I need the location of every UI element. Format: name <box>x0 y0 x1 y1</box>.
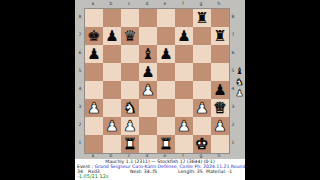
black-king-a7: ♚ <box>85 27 103 45</box>
square-f1 <box>175 135 193 153</box>
rank-right-7: 7 <box>230 26 236 44</box>
square-c8 <box>121 9 139 27</box>
black-rook-h7: ♜ <box>211 27 229 45</box>
square-h4: ♟ <box>211 81 229 99</box>
square-h5 <box>211 63 229 81</box>
rank-right-3: 3 <box>230 98 236 116</box>
square-c2: ♟ <box>121 117 139 135</box>
black-pawn-a6: ♟ <box>85 45 103 63</box>
black-pawn-e6: ♟ <box>157 45 175 63</box>
black-bishop-icon: ♝ <box>234 66 245 77</box>
rank-left-4: 4 <box>77 80 83 98</box>
black-bishop-d6: ♝ <box>139 45 157 63</box>
rank-left-3: 3 <box>77 98 83 116</box>
square-a5 <box>85 63 103 81</box>
rank-left-8: 8 <box>77 8 83 26</box>
square-f5 <box>175 63 193 81</box>
square-b7: ♟ <box>103 27 121 45</box>
square-g5 <box>193 63 211 81</box>
video-frame: abcdefgh 87654321 87654321 abcdefgh ♜♚♟♛… <box>0 0 320 180</box>
square-h8 <box>211 9 229 27</box>
square-e6: ♟ <box>157 45 175 63</box>
square-b3 <box>103 99 121 117</box>
white-king-g1: ♚ <box>193 135 211 153</box>
white-pawn-f2: ♟ <box>175 117 193 135</box>
square-f3 <box>175 99 193 117</box>
white-pawn-icon: ♟ <box>234 88 245 99</box>
square-e5 <box>157 63 175 81</box>
square-e8 <box>157 9 175 27</box>
square-c5 <box>121 63 139 81</box>
square-d2 <box>139 117 157 135</box>
square-d8 <box>139 9 157 27</box>
file-top-f: f <box>174 1 192 7</box>
square-d6: ♝ <box>139 45 157 63</box>
square-b4 <box>103 81 121 99</box>
square-g7 <box>193 27 211 45</box>
file-top-c: c <box>120 1 138 7</box>
file-top-a: a <box>84 1 102 7</box>
file-top-e: e <box>156 1 174 7</box>
white-pawn-b2: ♟ <box>103 117 121 135</box>
square-d7 <box>139 27 157 45</box>
square-d3 <box>139 99 157 117</box>
square-e4 <box>157 81 175 99</box>
rank-left-6: 6 <box>77 44 83 62</box>
white-knight-icon: ♞ <box>234 77 245 88</box>
square-c1: ♜ <box>121 135 139 153</box>
square-a2 <box>85 117 103 135</box>
square-c3: ♞ <box>121 99 139 117</box>
square-g2 <box>193 117 211 135</box>
square-f2: ♟ <box>175 117 193 135</box>
black-pawn-b7: ♟ <box>103 27 121 45</box>
white-pawn-c2: ♟ <box>121 117 139 135</box>
square-f8 <box>175 9 193 27</box>
material-tray: ♝♞♟ <box>234 66 245 99</box>
square-a8 <box>85 9 103 27</box>
white-queen-h3: ♛ <box>211 99 229 117</box>
white-rook-e1: ♜ <box>157 135 175 153</box>
white-pawn-a3: ♟ <box>85 99 103 117</box>
file-top-d: d <box>138 1 156 7</box>
file-top-h: h <box>210 1 228 7</box>
square-b8 <box>103 9 121 27</box>
rank-right-8: 8 <box>230 8 236 26</box>
square-e7 <box>157 27 175 45</box>
square-h3: ♛ <box>211 99 229 117</box>
engine-eval-line: -1.05/21 12s <box>75 174 245 179</box>
square-g6 <box>193 45 211 63</box>
square-h7: ♜ <box>211 27 229 45</box>
square-a4 <box>85 81 103 99</box>
file-top-g: g <box>192 1 210 7</box>
square-a7: ♚ <box>85 27 103 45</box>
black-pawn-f7: ♟ <box>175 27 193 45</box>
rank-right-1: 1 <box>230 134 236 152</box>
square-b2: ♟ <box>103 117 121 135</box>
rank-right-6: 6 <box>230 44 236 62</box>
square-e1: ♜ <box>157 135 175 153</box>
square-h2: ♟ <box>211 117 229 135</box>
black-pawn-h4: ♟ <box>211 81 229 99</box>
square-b5 <box>103 63 121 81</box>
square-e3 <box>157 99 175 117</box>
rank-left-1: 1 <box>77 134 83 152</box>
square-c6 <box>121 45 139 63</box>
file-labels-top: abcdefgh <box>84 1 228 7</box>
rank-right-2: 2 <box>230 116 236 134</box>
rank-labels-left: 87654321 <box>77 8 83 152</box>
black-rook-g8: ♜ <box>193 9 211 27</box>
rank-left-5: 5 <box>77 62 83 80</box>
rank-left-7: 7 <box>77 26 83 44</box>
square-d5: ♟ <box>139 63 157 81</box>
square-h1 <box>211 135 229 153</box>
square-f6 <box>175 45 193 63</box>
square-f4 <box>175 81 193 99</box>
chess-gui-panel: abcdefgh 87654321 87654321 abcdefgh ♜♚♟♛… <box>75 0 245 180</box>
square-b6 <box>103 45 121 63</box>
white-pawn-d4: ♟ <box>139 81 157 99</box>
black-queen-c7: ♛ <box>121 27 139 45</box>
square-c7: ♛ <box>121 27 139 45</box>
white-rook-c1: ♜ <box>121 135 139 153</box>
white-pawn-h2: ♟ <box>211 117 229 135</box>
square-g3: ♟ <box>193 99 211 117</box>
white-knight-c3: ♞ <box>121 99 139 117</box>
game-info-footer: Mauchly 1.1 (2311) — Stockfish 17 (3644)… <box>75 159 245 180</box>
square-g8: ♜ <box>193 9 211 27</box>
rank-left-2: 2 <box>77 116 83 134</box>
white-pawn-g3: ♟ <box>193 99 211 117</box>
square-c4 <box>121 81 139 99</box>
square-a3: ♟ <box>85 99 103 117</box>
square-d1 <box>139 135 157 153</box>
square-g1: ♚ <box>193 135 211 153</box>
square-a6: ♟ <box>85 45 103 63</box>
square-e2 <box>157 117 175 135</box>
square-d4: ♟ <box>139 81 157 99</box>
square-a1 <box>85 135 103 153</box>
file-top-b: b <box>102 1 120 7</box>
black-pawn-d5: ♟ <box>139 63 157 81</box>
square-f7: ♟ <box>175 27 193 45</box>
square-b1 <box>103 135 121 153</box>
chess-board: ♜♚♟♛♟♜♟♝♟♟♟♟♟♞♟♛♟♟♟♟♜♜♚ <box>84 8 230 154</box>
square-g4 <box>193 81 211 99</box>
square-h6 <box>211 45 229 63</box>
